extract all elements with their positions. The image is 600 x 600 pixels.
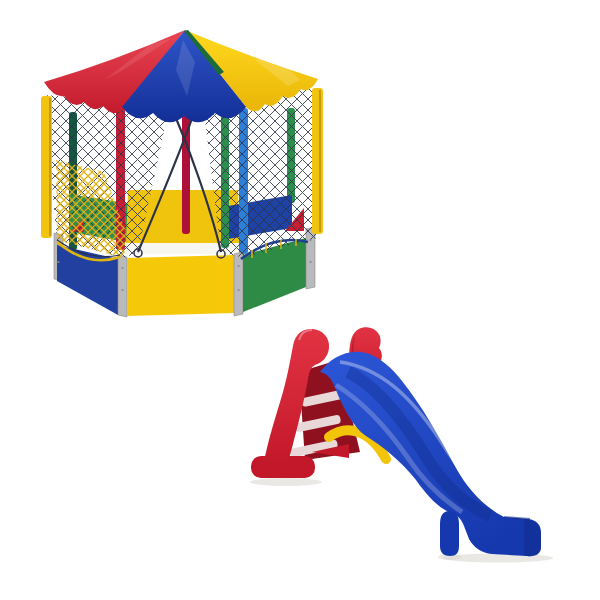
chute-foot-leg [440, 511, 459, 556]
ball-pit-playpen [41, 30, 323, 317]
playground-set-image [0, 0, 600, 600]
slide-chute [320, 352, 541, 556]
corner-post-front-left [118, 255, 127, 317]
slide [250, 327, 553, 562]
sideboard-blue [57, 245, 118, 315]
sideboard-yellow [127, 255, 234, 316]
corner-post-front-right [234, 252, 243, 316]
product-photo [0, 0, 600, 600]
frame-pole-yellow-right [312, 88, 323, 234]
